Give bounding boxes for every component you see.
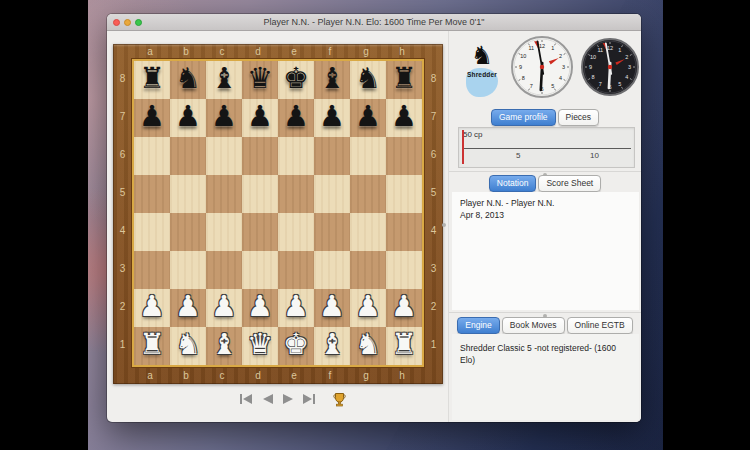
black-bishop-piece: ♝	[211, 64, 237, 93]
white-pawn-piece: ♟	[139, 292, 165, 321]
square-a8[interactable]: ♜	[134, 61, 170, 99]
square-g4[interactable]	[350, 213, 386, 251]
coord-label-a: a	[132, 367, 168, 384]
back-button[interactable]	[259, 392, 275, 406]
black-pawn-piece: ♟	[247, 102, 273, 131]
black-pawn-piece: ♟	[391, 102, 417, 131]
square-h5[interactable]	[386, 175, 422, 213]
square-a4[interactable]	[134, 213, 170, 251]
square-e3[interactable]	[278, 251, 314, 289]
coord-label-d: d	[240, 44, 276, 59]
svg-text:2: 2	[625, 54, 628, 60]
go-to-start-button[interactable]	[238, 392, 254, 406]
tab-pieces[interactable]: Pieces	[558, 109, 600, 126]
square-h7[interactable]: ♟	[386, 99, 422, 137]
svg-text:4: 4	[559, 75, 562, 81]
tab-score-sheet[interactable]: Score Sheet	[538, 175, 601, 192]
square-e1[interactable]: ♚	[278, 327, 314, 365]
square-a6[interactable]	[134, 137, 170, 175]
svg-text:9: 9	[589, 64, 592, 70]
board-sidebar-splitter-handle[interactable]	[442, 223, 446, 227]
square-d7[interactable]: ♟	[242, 99, 278, 137]
white-pawn-piece: ♟	[175, 292, 201, 321]
square-g2[interactable]: ♟	[350, 289, 386, 327]
square-g7[interactable]: ♟	[350, 99, 386, 137]
svg-text:8: 8	[592, 74, 595, 80]
square-f2[interactable]: ♟	[314, 289, 350, 327]
svg-text:4: 4	[625, 74, 628, 80]
coord-label-5: 5	[113, 173, 132, 211]
square-e7[interactable]: ♟	[278, 99, 314, 137]
square-f7[interactable]: ♟	[314, 99, 350, 137]
coord-label-1: 1	[113, 325, 132, 363]
coord-label-b: b	[168, 44, 204, 59]
coord-label-2: 2	[113, 287, 132, 325]
white-rook-piece: ♜	[391, 330, 417, 359]
white-pawn-piece: ♟	[355, 292, 381, 321]
coord-label-a: a	[132, 44, 168, 59]
coord-label-f: f	[312, 44, 348, 59]
white-pawn-piece: ♟	[391, 292, 417, 321]
square-b7[interactable]: ♟	[170, 99, 206, 137]
coord-label-3: 3	[113, 249, 132, 287]
black-knight-piece: ♞	[355, 64, 381, 93]
file-labels-top: abcdefgh	[132, 44, 424, 59]
rank-labels-left: 87654321	[113, 59, 132, 367]
square-e8[interactable]: ♚	[278, 61, 314, 99]
chess-board-frame: abcdefgh 87654321 ♜♞♝♛♚♝♞♜♟♟♟♟♟♟♟♟♟♟♟♟♟♟…	[113, 44, 443, 384]
square-f6[interactable]	[314, 137, 350, 175]
logo-label: Shredder	[461, 71, 503, 78]
square-e5[interactable]	[278, 175, 314, 213]
square-d8[interactable]: ♛	[242, 61, 278, 99]
coord-label-2: 2	[424, 287, 443, 325]
coord-label-1: 1	[424, 325, 443, 363]
svg-text:1: 1	[618, 47, 621, 53]
black-pawn-piece: ♟	[175, 102, 201, 131]
square-a5[interactable]	[134, 175, 170, 213]
white-knight-piece: ♞	[355, 330, 381, 359]
desktop-wallpaper: Player N.N. - Player N.N. Elo: 1600 Time…	[88, 0, 663, 450]
trophy-icon[interactable]	[331, 392, 347, 406]
screen: Player N.N. - Player N.N. Elo: 1600 Time…	[0, 0, 750, 450]
black-pawn-piece: ♟	[211, 102, 237, 131]
white-pawn-piece: ♟	[247, 292, 273, 321]
window-titlebar[interactable]: Player N.N. - Player N.N. Elo: 1600 Time…	[107, 14, 641, 31]
chart-scale-label: 50 cp	[463, 130, 483, 139]
coord-label-g: g	[348, 44, 384, 59]
square-h2[interactable]: ♟	[386, 289, 422, 327]
square-c8[interactable]: ♝	[206, 61, 242, 99]
forward-button[interactable]	[280, 392, 296, 406]
svg-text:9: 9	[519, 64, 522, 70]
square-e2[interactable]: ♟	[278, 289, 314, 327]
white-bishop-piece: ♝	[211, 330, 237, 359]
svg-text:12: 12	[539, 43, 545, 49]
black-player-clock: 121234567891011	[581, 38, 639, 100]
coord-label-f: f	[312, 367, 348, 384]
white-king-piece: ♚	[283, 330, 309, 359]
svg-text:3: 3	[562, 64, 565, 70]
engine-status: Shredder Classic 5 -not registered- (160…	[460, 342, 631, 367]
svg-text:5: 5	[551, 83, 554, 89]
coord-label-e: e	[276, 367, 312, 384]
square-h8[interactable]: ♜	[386, 61, 422, 99]
coord-label-8: 8	[113, 59, 132, 97]
zoom-button[interactable]	[135, 19, 142, 26]
chart-tick-10: 10	[590, 151, 599, 160]
square-g1[interactable]: ♞	[350, 327, 386, 365]
square-a2[interactable]: ♟	[134, 289, 170, 327]
black-queen-piece: ♛	[247, 64, 273, 93]
square-f4[interactable]	[314, 213, 350, 251]
window-title: Player N.N. - Player N.N. Elo: 1600 Time…	[147, 14, 601, 31]
coord-label-4: 4	[113, 211, 132, 249]
square-a3[interactable]	[134, 251, 170, 289]
white-pawn-piece: ♟	[319, 292, 345, 321]
notation-date: Apr 8, 2013	[460, 209, 631, 221]
coord-label-b: b	[168, 367, 204, 384]
black-king-piece: ♚	[283, 64, 309, 93]
square-f8[interactable]: ♝	[314, 61, 350, 99]
square-g5[interactable]	[350, 175, 386, 213]
engine-tabs: EngineBook MovesOnline EGTB	[449, 317, 641, 334]
tab-engine[interactable]: Engine	[457, 317, 499, 334]
white-player-clock: 121234567891011	[511, 36, 573, 102]
square-d2[interactable]: ♟	[242, 289, 278, 327]
chart-tick-5: 5	[516, 151, 520, 160]
square-f5[interactable]	[314, 175, 350, 213]
svg-text:11: 11	[528, 45, 534, 51]
svg-text:7: 7	[599, 81, 602, 87]
black-pawn-piece: ♟	[355, 102, 381, 131]
coord-label-d: d	[240, 367, 276, 384]
chart-x-axis	[462, 148, 631, 149]
coord-label-c: c	[204, 367, 240, 384]
square-c5[interactable]	[206, 175, 242, 213]
coord-label-3: 3	[424, 249, 443, 287]
close-button[interactable]	[113, 19, 120, 26]
square-b3[interactable]	[170, 251, 206, 289]
coord-label-7: 7	[424, 97, 443, 135]
white-bishop-piece: ♝	[319, 330, 345, 359]
chess-board[interactable]: ♜♞♝♛♚♝♞♜♟♟♟♟♟♟♟♟♟♟♟♟♟♟♟♟♜♞♝♛♚♝♞♜	[132, 59, 424, 367]
square-f1[interactable]: ♝	[314, 327, 350, 365]
square-c7[interactable]: ♟	[206, 99, 242, 137]
square-h6[interactable]	[386, 137, 422, 175]
square-c6[interactable]	[206, 137, 242, 175]
square-c3[interactable]	[206, 251, 242, 289]
square-e4[interactable]	[278, 213, 314, 251]
svg-text:10: 10	[590, 54, 596, 60]
engine-panel[interactable]: Shredder Classic 5 -not registered- (160…	[452, 334, 639, 420]
go-to-end-button[interactable]	[301, 392, 317, 406]
sidebar: ♞ Shredder 121234567891011 1212345678910…	[448, 31, 641, 422]
svg-text:5: 5	[618, 81, 621, 87]
square-g6[interactable]	[350, 137, 386, 175]
square-h4[interactable]	[386, 213, 422, 251]
square-c4[interactable]	[206, 213, 242, 251]
square-b2[interactable]: ♟	[170, 289, 206, 327]
square-d1[interactable]: ♛	[242, 327, 278, 365]
black-pawn-piece: ♟	[139, 102, 165, 131]
tab-online-egtb[interactable]: Online EGTB	[567, 317, 633, 334]
coord-label-4: 4	[424, 211, 443, 249]
square-c2[interactable]: ♟	[206, 289, 242, 327]
square-b1[interactable]: ♞	[170, 327, 206, 365]
square-g3[interactable]	[350, 251, 386, 289]
square-h1[interactable]: ♜	[386, 327, 422, 365]
tab-game-profile[interactable]: Game profile	[491, 109, 556, 126]
rank-labels-right: 87654321	[424, 59, 443, 367]
knight-icon: ♞	[461, 41, 503, 70]
square-e6[interactable]	[278, 137, 314, 175]
coord-label-6: 6	[113, 135, 132, 173]
svg-text:1: 1	[551, 45, 554, 51]
shredder-logo: ♞ Shredder	[461, 48, 503, 98]
tab-notation[interactable]: Notation	[489, 175, 537, 192]
file-labels-bottom: abcdefgh	[132, 367, 424, 384]
svg-text:11: 11	[597, 47, 603, 53]
coord-label-c: c	[204, 44, 240, 59]
square-d6[interactable]	[242, 137, 278, 175]
square-c1[interactable]: ♝	[206, 327, 242, 365]
minimize-button[interactable]	[124, 19, 131, 26]
white-queen-piece: ♛	[247, 330, 273, 359]
square-b5[interactable]	[170, 175, 206, 213]
tab-book-moves[interactable]: Book Moves	[502, 317, 565, 334]
square-g8[interactable]: ♞	[350, 61, 386, 99]
coord-label-8: 8	[424, 59, 443, 97]
game-profile-chart: 50 cp 5 10	[458, 127, 635, 168]
square-d5[interactable]	[242, 175, 278, 213]
notation-players: Player N.N. - Player N.N.	[460, 197, 631, 209]
square-b4[interactable]	[170, 213, 206, 251]
white-knight-piece: ♞	[175, 330, 201, 359]
square-a7[interactable]: ♟	[134, 99, 170, 137]
square-d4[interactable]	[242, 213, 278, 251]
coord-label-6: 6	[424, 135, 443, 173]
notation-tabs: NotationScore Sheet	[449, 175, 641, 192]
black-pawn-piece: ♟	[283, 102, 309, 131]
chart-eval-bar	[462, 130, 464, 164]
game-navigation-toolbar	[238, 390, 347, 408]
notation-panel[interactable]: Player N.N. - Player N.N. Apr 8, 2013	[452, 192, 639, 310]
svg-text:7: 7	[530, 83, 533, 89]
coord-label-h: h	[384, 44, 420, 59]
black-bishop-piece: ♝	[319, 64, 345, 93]
coord-label-5: 5	[424, 173, 443, 211]
white-rook-piece: ♜	[139, 330, 165, 359]
coord-label-g: g	[348, 367, 384, 384]
profile-tabs: Game profilePieces	[449, 109, 641, 126]
square-h3[interactable]	[386, 251, 422, 289]
square-a1[interactable]: ♜	[134, 327, 170, 365]
svg-text:2: 2	[559, 53, 562, 59]
coord-label-e: e	[276, 44, 312, 59]
square-f3[interactable]	[314, 251, 350, 289]
svg-text:3: 3	[628, 64, 631, 70]
square-b8[interactable]: ♞	[170, 61, 206, 99]
black-pawn-piece: ♟	[319, 102, 345, 131]
black-knight-piece: ♞	[175, 64, 201, 93]
svg-text:8: 8	[522, 75, 525, 81]
app-window: Player N.N. - Player N.N. Elo: 1600 Time…	[107, 14, 641, 422]
white-pawn-piece: ♟	[211, 292, 237, 321]
svg-text:10: 10	[520, 53, 526, 59]
black-rook-piece: ♜	[391, 64, 417, 93]
svg-text:12: 12	[607, 45, 613, 51]
coord-label-h: h	[384, 367, 420, 384]
square-b6[interactable]	[170, 137, 206, 175]
coord-label-7: 7	[113, 97, 132, 135]
white-pawn-piece: ♟	[283, 292, 309, 321]
black-rook-piece: ♜	[139, 64, 165, 93]
square-d3[interactable]	[242, 251, 278, 289]
